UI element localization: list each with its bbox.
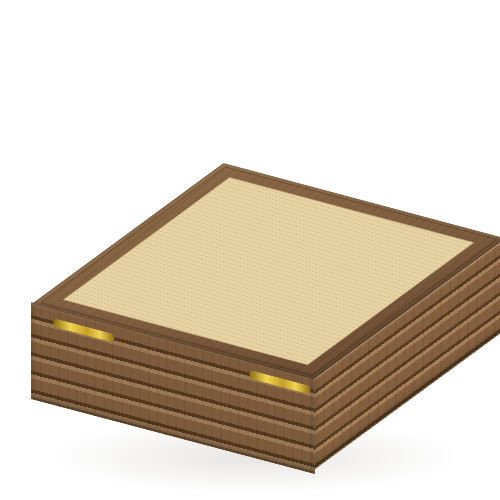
product-photo-canvas bbox=[0, 0, 500, 500]
